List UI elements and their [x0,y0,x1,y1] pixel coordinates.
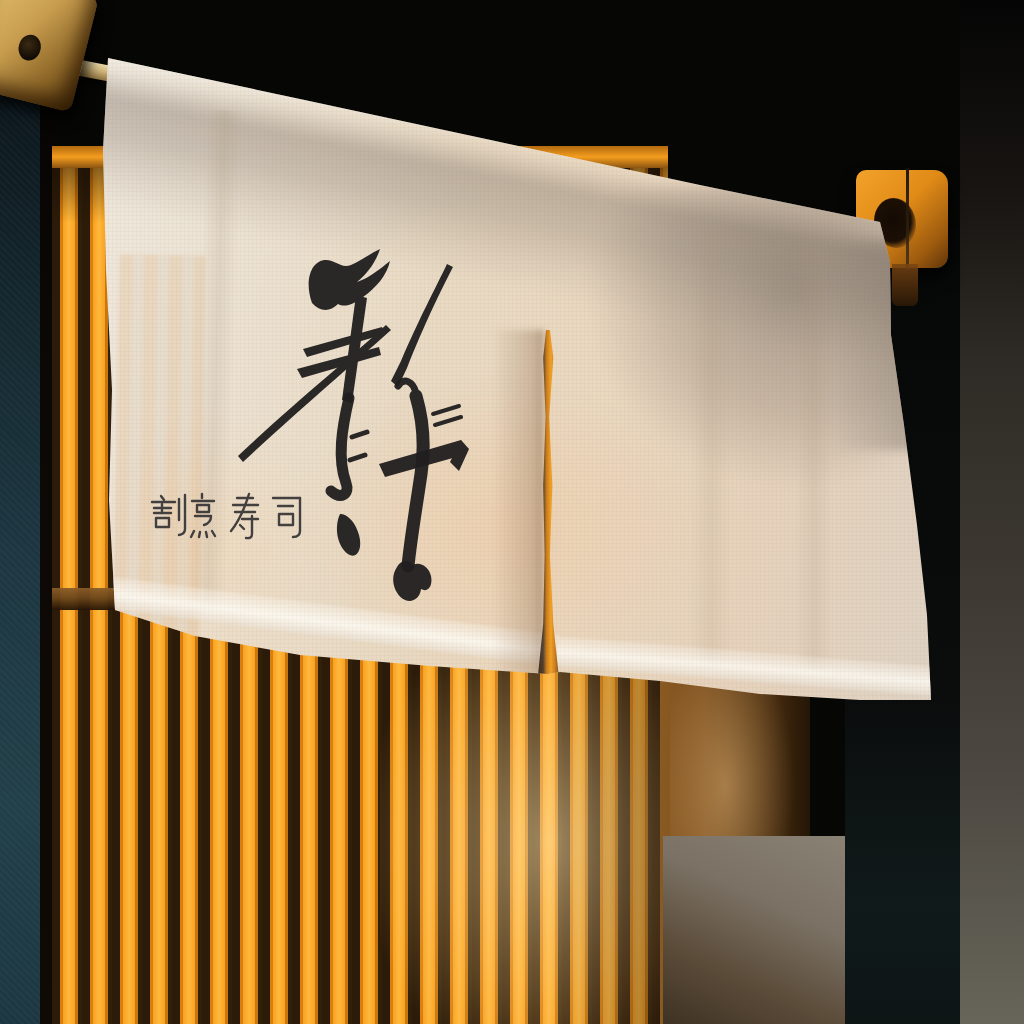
wood-knot-hole [16,32,44,63]
noren-entrance-photo: 静 割烹寿司 [0,0,1024,1024]
left-wooden-bracket [0,0,99,112]
bottom-right-wall [663,836,855,1024]
bracket-lower-shadow [892,264,918,306]
brush-calligraphy-sei-icon [220,230,500,620]
hanging-cord [906,168,909,270]
right-gray-wall [960,0,1024,1024]
left-teal-stucco-wall [0,40,42,1024]
subtitle-kanji-icon [150,492,308,548]
